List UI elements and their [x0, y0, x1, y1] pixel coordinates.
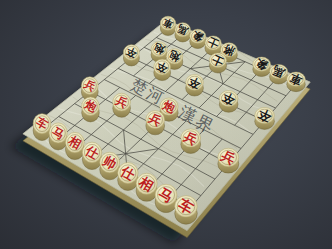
piece-black[interactable]: 卒 — [255, 106, 275, 129]
piece-red[interactable]: 兵 — [146, 111, 165, 135]
piece-red[interactable]: 相 — [65, 132, 84, 159]
piece-black[interactable]: 卒 — [154, 59, 171, 81]
piece-black[interactable]: 卒 — [123, 45, 139, 66]
piece-red[interactable]: 车 — [33, 114, 51, 141]
piece-red[interactable]: 仕 — [118, 163, 139, 191]
piece-red[interactable]: 兵 — [181, 128, 201, 153]
piece-red[interactable]: 兵 — [113, 93, 131, 117]
piece-red[interactable]: 马 — [155, 184, 177, 212]
xiangqi-board[interactable]: 楚河漢界 車馬象士炮將卒炮士象卒馬車卒兵卒兵炮炮卒兵车马兵相仕兵帅仕相马车 — [0, 0, 332, 249]
piece-red[interactable]: 炮 — [82, 97, 100, 122]
piece-black[interactable]: 卒 — [186, 74, 204, 96]
piece-red[interactable]: 车 — [175, 196, 197, 225]
piece-black[interactable]: 士 — [209, 52, 226, 73]
piece-red[interactable]: 相 — [136, 173, 157, 201]
piece-red[interactable]: 马 — [49, 123, 67, 150]
piece-black[interactable]: 車 — [160, 16, 175, 35]
scene-background: 楚河漢界 車馬象士炮將卒炮士象卒馬車卒兵卒兵炮炮卒兵车马兵相仕兵帅仕相马车 — [0, 0, 332, 249]
piece-black[interactable]: 卒 — [219, 90, 238, 113]
piece-red[interactable]: 帅 — [100, 152, 120, 180]
piece-black[interactable]: 士 — [205, 35, 221, 55]
piece-red[interactable]: 仕 — [82, 142, 101, 169]
piece-black[interactable]: 炮 — [151, 41, 167, 62]
piece-red[interactable]: 兵 — [218, 147, 239, 173]
piece-black[interactable]: 象 — [253, 56, 271, 77]
piece-black[interactable]: 馬 — [175, 23, 191, 42]
piece-black[interactable]: 象 — [190, 29, 206, 49]
